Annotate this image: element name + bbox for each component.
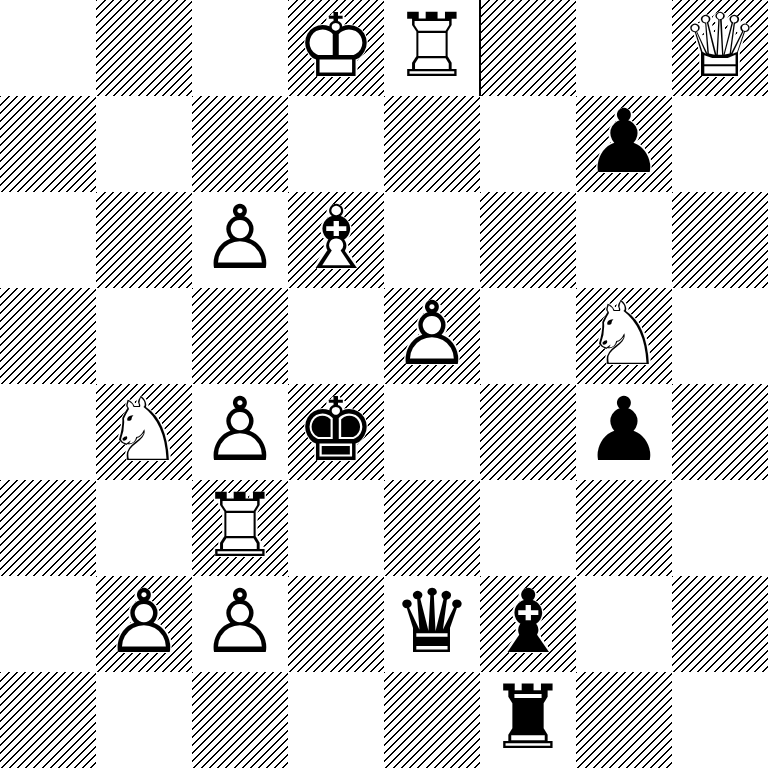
white-king-glyph: ♔ (297, 2, 376, 90)
piece-backing: ♛ (395, 581, 469, 664)
square-e5[interactable]: ♟♙ (384, 288, 480, 384)
square-g8[interactable] (576, 0, 672, 96)
square-b4[interactable]: ♞♘ (96, 384, 192, 480)
stray-line-artifact (479, 0, 481, 96)
square-h2[interactable] (672, 576, 768, 672)
piece-backing: ♝ (299, 197, 373, 280)
square-d1[interactable] (288, 672, 384, 768)
square-e6[interactable] (384, 192, 480, 288)
square-d6[interactable]: ♝♗ (288, 192, 384, 288)
square-g7[interactable]: ♟♟ (576, 96, 672, 192)
white-pawn: ♟♙ (192, 384, 288, 480)
black-pawn: ♟♟ (576, 384, 672, 480)
black-rook: ♜♜ (480, 672, 576, 768)
square-e2[interactable]: ♛♛ (384, 576, 480, 672)
piece-backing: ♟ (587, 389, 661, 472)
white-pawn: ♟♙ (192, 576, 288, 672)
square-b5[interactable] (96, 288, 192, 384)
black-pawn: ♟♟ (576, 96, 672, 192)
square-f1[interactable]: ♜♜ (480, 672, 576, 768)
square-f8[interactable] (480, 0, 576, 96)
square-c8[interactable] (192, 0, 288, 96)
piece-backing: ♛ (683, 5, 757, 88)
square-g5[interactable]: ♞♘ (576, 288, 672, 384)
square-f4[interactable] (480, 384, 576, 480)
piece-backing: ♟ (203, 581, 277, 664)
square-c7[interactable] (192, 96, 288, 192)
square-a6[interactable] (0, 192, 96, 288)
white-pawn-glyph: ♙ (201, 386, 280, 474)
square-b1[interactable] (96, 672, 192, 768)
piece-backing: ♜ (395, 5, 469, 88)
chess-board: ♚♔♜♖♛♕♟♟♟♙♝♗♟♙♞♘♞♘♟♙♚♚♟♟♜♖♟♙♟♙♛♛♝♝♜♜ (0, 0, 768, 768)
piece-backing: ♜ (491, 677, 565, 760)
square-e1[interactable] (384, 672, 480, 768)
white-knight: ♞♘ (96, 384, 192, 480)
square-d4[interactable]: ♚♚ (288, 384, 384, 480)
white-pawn-glyph: ♙ (201, 194, 280, 282)
square-g2[interactable] (576, 576, 672, 672)
square-e7[interactable] (384, 96, 480, 192)
black-rook-glyph: ♜ (489, 674, 568, 762)
square-f7[interactable] (480, 96, 576, 192)
square-f5[interactable] (480, 288, 576, 384)
white-queen: ♛♕ (672, 0, 768, 96)
black-pawn-glyph: ♟ (585, 98, 664, 186)
piece-backing: ♚ (299, 5, 373, 88)
black-queen: ♛♛ (384, 576, 480, 672)
square-e4[interactable] (384, 384, 480, 480)
piece-backing: ♟ (203, 197, 277, 280)
square-d7[interactable] (288, 96, 384, 192)
square-d2[interactable] (288, 576, 384, 672)
square-h1[interactable] (672, 672, 768, 768)
white-rook-glyph: ♖ (393, 2, 472, 90)
square-a1[interactable] (0, 672, 96, 768)
square-c4[interactable]: ♟♙ (192, 384, 288, 480)
piece-backing: ♟ (587, 101, 661, 184)
square-f2[interactable]: ♝♝ (480, 576, 576, 672)
piece-backing: ♞ (107, 389, 181, 472)
white-rook-glyph: ♖ (201, 482, 280, 570)
square-g1[interactable] (576, 672, 672, 768)
square-h7[interactable] (672, 96, 768, 192)
square-g6[interactable] (576, 192, 672, 288)
piece-backing: ♝ (491, 581, 565, 664)
white-queen-glyph: ♕ (681, 2, 760, 90)
white-knight-glyph: ♘ (585, 290, 664, 378)
square-d5[interactable] (288, 288, 384, 384)
square-g4[interactable]: ♟♟ (576, 384, 672, 480)
square-a5[interactable] (0, 288, 96, 384)
white-rook: ♜♖ (192, 480, 288, 576)
piece-backing: ♟ (203, 389, 277, 472)
square-c3[interactable]: ♜♖ (192, 480, 288, 576)
white-king: ♚♔ (288, 0, 384, 96)
white-pawn-glyph: ♙ (105, 578, 184, 666)
white-knight-glyph: ♘ (105, 386, 184, 474)
square-c1[interactable] (192, 672, 288, 768)
white-pawn-glyph: ♙ (201, 578, 280, 666)
square-g3[interactable] (576, 480, 672, 576)
white-pawn: ♟♙ (384, 288, 480, 384)
piece-backing: ♟ (395, 293, 469, 376)
square-a4[interactable] (0, 384, 96, 480)
square-c5[interactable] (192, 288, 288, 384)
square-h5[interactable] (672, 288, 768, 384)
white-pawn: ♟♙ (96, 576, 192, 672)
square-d8[interactable]: ♚♔ (288, 0, 384, 96)
black-pawn-glyph: ♟ (585, 386, 664, 474)
black-bishop: ♝♝ (480, 576, 576, 672)
square-f3[interactable] (480, 480, 576, 576)
square-b3[interactable] (96, 480, 192, 576)
black-queen-glyph: ♛ (393, 578, 472, 666)
square-h4[interactable] (672, 384, 768, 480)
piece-backing: ♟ (107, 581, 181, 664)
square-a3[interactable] (0, 480, 96, 576)
square-c6[interactable]: ♟♙ (192, 192, 288, 288)
white-bishop-glyph: ♗ (297, 194, 376, 282)
white-pawn-glyph: ♙ (393, 290, 472, 378)
piece-backing: ♞ (587, 293, 661, 376)
square-a8[interactable] (0, 0, 96, 96)
square-h6[interactable] (672, 192, 768, 288)
square-a2[interactable] (0, 576, 96, 672)
square-c2[interactable]: ♟♙ (192, 576, 288, 672)
square-e8[interactable]: ♜♖ (384, 0, 480, 96)
square-h8[interactable]: ♛♕ (672, 0, 768, 96)
square-a7[interactable] (0, 96, 96, 192)
square-h3[interactable] (672, 480, 768, 576)
square-b7[interactable] (96, 96, 192, 192)
square-b6[interactable] (96, 192, 192, 288)
piece-backing: ♜ (203, 485, 277, 568)
square-f6[interactable] (480, 192, 576, 288)
black-bishop-glyph: ♝ (489, 578, 568, 666)
square-b8[interactable] (96, 0, 192, 96)
black-king: ♚♚ (288, 384, 384, 480)
piece-backing: ♚ (299, 389, 373, 472)
white-pawn: ♟♙ (192, 192, 288, 288)
square-d3[interactable] (288, 480, 384, 576)
white-rook: ♜♖ (384, 0, 480, 96)
white-knight: ♞♘ (576, 288, 672, 384)
square-e3[interactable] (384, 480, 480, 576)
black-king-glyph: ♚ (297, 386, 376, 474)
white-bishop: ♝♗ (288, 192, 384, 288)
square-b2[interactable]: ♟♙ (96, 576, 192, 672)
